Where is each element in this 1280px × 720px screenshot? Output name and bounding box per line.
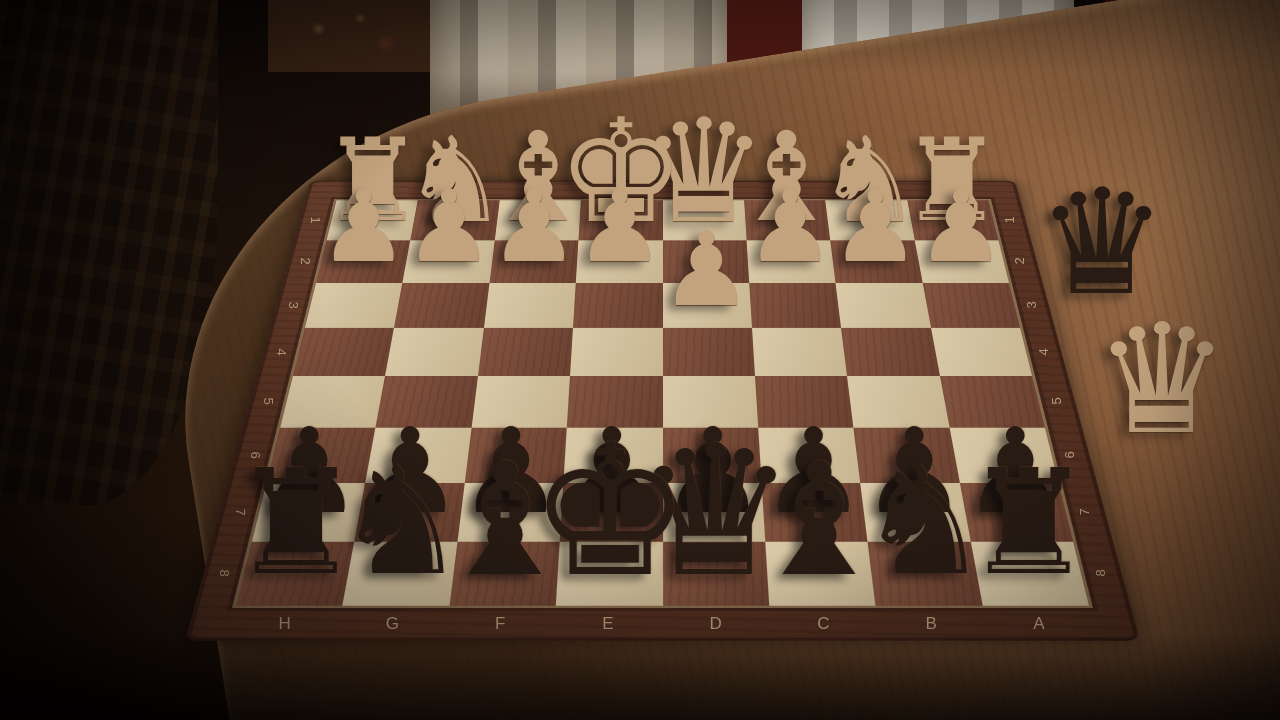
- piece-white-pawn-c2[interactable]: ♟: [746, 177, 835, 277]
- piece-white-pawn-f2[interactable]: ♟: [490, 177, 579, 277]
- piece-white-pawn-e2[interactable]: ♟: [575, 177, 664, 277]
- square-a4[interactable]: [930, 328, 1031, 376]
- tapestry-fragment: [268, 0, 436, 72]
- square-b4[interactable]: [841, 328, 939, 376]
- rank-label-right-4: 4: [1035, 348, 1050, 355]
- piece-white-queen-offboard[interactable]: ♛: [1094, 304, 1230, 456]
- square-g3[interactable]: [394, 283, 489, 328]
- photo-content: HGFEDCBA1122334455667788 ♜♞♝♛♚♝♞♜♟♟♟♟♟♟♟…: [0, 0, 1280, 720]
- piece-white-pawn-b2[interactable]: ♟: [831, 177, 920, 277]
- square-a3[interactable]: [922, 283, 1020, 328]
- video-frame: HGFEDCBA1122334455667788 ♜♞♝♛♚♝♞♜♟♟♟♟♟♟♟…: [0, 0, 1280, 720]
- piece-white-pawn-h2[interactable]: ♟: [319, 177, 408, 277]
- rank-label-left-8: 8: [216, 570, 231, 577]
- square-c4[interactable]: [751, 328, 846, 376]
- piece-white-pawn-g2[interactable]: ♟: [404, 177, 493, 277]
- file-label-h: H: [278, 614, 291, 634]
- square-b3[interactable]: [835, 283, 930, 328]
- rank-label-left-3: 3: [286, 301, 301, 308]
- piece-black-rook-h8[interactable]: ♜: [231, 452, 361, 597]
- piece-white-pawn-d3[interactable]: ♟: [660, 218, 752, 321]
- rank-label-right-8: 8: [1093, 570, 1108, 577]
- square-c3[interactable]: [749, 283, 841, 328]
- square-f4[interactable]: [477, 328, 572, 376]
- rank-label-left-4: 4: [274, 348, 289, 355]
- file-label-g: G: [386, 614, 400, 634]
- square-f3[interactable]: [483, 283, 575, 328]
- file-label-f: F: [495, 614, 506, 634]
- file-label-c: C: [817, 614, 830, 634]
- square-e3[interactable]: [573, 283, 662, 328]
- piece-white-pawn-a2[interactable]: ♟: [916, 177, 1005, 277]
- file-label-b: B: [926, 614, 938, 634]
- square-g4[interactable]: [385, 328, 483, 376]
- square-d4[interactable]: [662, 328, 754, 376]
- rank-label-right-2: 2: [1012, 257, 1027, 264]
- rank-label-left-2: 2: [297, 257, 312, 264]
- square-h3[interactable]: [304, 283, 402, 328]
- square-h4[interactable]: [293, 328, 394, 376]
- file-label-a: A: [1033, 614, 1045, 634]
- square-e4[interactable]: [570, 328, 662, 376]
